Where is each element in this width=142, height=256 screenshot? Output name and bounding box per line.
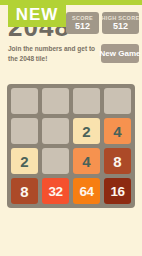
empty-cell-r3c2 — [42, 148, 69, 174]
tile-4-r2c4: 4 — [104, 118, 131, 144]
high-score-value: 512 — [113, 21, 128, 31]
tile-8-r4c1: 8 — [11, 178, 38, 204]
score-box: SCORE 512 — [66, 12, 99, 34]
tile-2-r2c3: 2 — [73, 118, 100, 144]
tile-32-r4c2: 32 — [42, 178, 69, 204]
tile-8-r3c4: 8 — [104, 148, 131, 174]
tile-16-r4c4: 16 — [104, 178, 131, 204]
high-score-box: HIGH SCORE 512 — [102, 12, 139, 34]
tile-64-r4c3: 64 — [73, 178, 100, 204]
new-badge: NEW — [8, 3, 66, 27]
empty-cell-r1c3 — [73, 88, 100, 114]
empty-cell-r2c1 — [11, 118, 38, 144]
new-badge-label: NEW — [16, 5, 59, 25]
intro-text: Join the numbers and get to the 2048 til… — [8, 44, 98, 64]
empty-cell-r1c2 — [42, 88, 69, 114]
tile-4-r3c3: 4 — [73, 148, 100, 174]
empty-cell-r1c1 — [11, 88, 38, 114]
app-screen: NEW 2048 SCORE 512 HIGH SCORE 512 Join t… — [0, 0, 142, 256]
empty-cell-r2c2 — [42, 118, 69, 144]
score-value: 512 — [75, 21, 90, 31]
empty-cell-r1c4 — [104, 88, 131, 114]
new-game-button[interactable]: New Game — [101, 44, 139, 63]
board[interactable]: 242488326416 — [7, 84, 135, 208]
tile-2-r3c1: 2 — [11, 148, 38, 174]
